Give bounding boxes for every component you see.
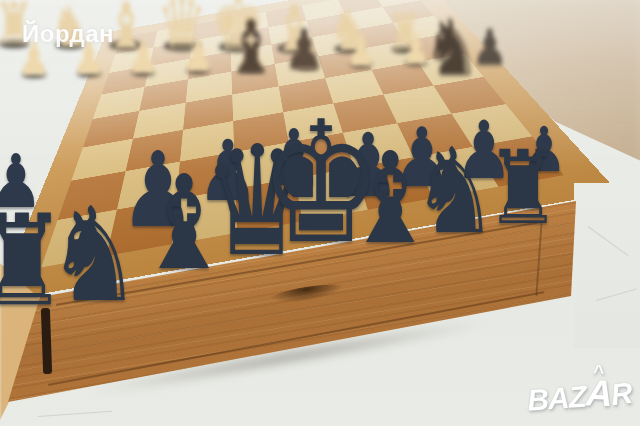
photographer-watermark: Йордан (22, 20, 114, 48)
bazar-logo: BAZ^AR (526, 370, 634, 419)
piece-layer: ♜♞♝♛♚♝♞♜♟♟♟♟♟♟♟♟♝♟♞♟♟♟♟♟♟♟♟♟♜♞♝♛♚♝♞♜ (0, 0, 640, 426)
bazar-logo-text-start: BAZ (526, 380, 587, 417)
bazar-logo-letter-a: ^A (585, 372, 612, 415)
bazar-logo-text-end: R (609, 376, 634, 412)
chess-piece-white-pawn-d7: ♟ (181, 38, 214, 75)
chess-piece-black-rook-h1: ♜ (486, 146, 561, 230)
chess-set-photo: ♜♞♝♛♚♝♞♜♟♟♟♟♟♟♟♟♝♟♞♟♟♟♟♟♟♟♟♟♜♞♝♛♚♝♞♜ Йор… (0, 0, 640, 426)
chess-piece-blurred-dark-piece-4: ♟ (472, 28, 509, 69)
chess-piece-white-pawn-c7: ♟ (126, 40, 159, 77)
chess-piece-blurred-dark-piece-2: ♟ (283, 27, 324, 73)
bazar-logo-caret: ^ (592, 360, 603, 383)
chess-piece-blurred-dark-piece-1: ♝ (224, 17, 278, 78)
chess-piece-black-knight-b1: ♞ (46, 202, 142, 309)
chess-piece-white-pawn-g7: ♟ (345, 34, 377, 69)
